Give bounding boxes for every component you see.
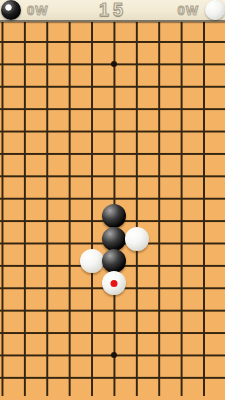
board-cell[interactable] bbox=[58, 344, 80, 366]
board-cell[interactable] bbox=[126, 344, 148, 366]
board-cell[interactable] bbox=[148, 299, 170, 321]
board-cell[interactable] bbox=[193, 322, 215, 344]
board-cell[interactable] bbox=[36, 277, 58, 299]
board-cell[interactable] bbox=[36, 53, 58, 75]
board-cell[interactable] bbox=[126, 31, 148, 53]
board-cell[interactable] bbox=[170, 31, 192, 53]
board-cell[interactable] bbox=[126, 120, 148, 142]
board-cell[interactable] bbox=[0, 188, 14, 210]
board-cell[interactable] bbox=[58, 232, 80, 254]
star-point bbox=[111, 352, 117, 358]
board-cell[interactable] bbox=[103, 76, 125, 98]
board-cell[interactable] bbox=[58, 188, 80, 210]
board-cell[interactable] bbox=[148, 31, 170, 53]
board-cell[interactable] bbox=[148, 120, 170, 142]
white-stone bbox=[80, 249, 104, 273]
board-cell[interactable] bbox=[14, 143, 36, 165]
black-player-stone-icon bbox=[1, 0, 21, 20]
board-cell[interactable] bbox=[103, 98, 125, 120]
score-bar: 0W 15 0W bbox=[0, 0, 225, 22]
black-stone bbox=[102, 249, 126, 273]
board-cell[interactable] bbox=[193, 344, 215, 366]
last-move-marker bbox=[111, 280, 118, 287]
board-cell[interactable] bbox=[148, 210, 170, 232]
board-cell[interactable] bbox=[193, 210, 215, 232]
board-cell[interactable] bbox=[193, 277, 215, 299]
board-cell[interactable] bbox=[14, 120, 36, 142]
board-cell[interactable] bbox=[0, 143, 14, 165]
board-cell[interactable] bbox=[14, 188, 36, 210]
board-cell[interactable] bbox=[193, 53, 215, 75]
board-cell[interactable] bbox=[36, 322, 58, 344]
black-wins-label: 0W bbox=[21, 3, 55, 18]
white-player-stone-icon bbox=[205, 0, 225, 20]
board-cell[interactable] bbox=[126, 367, 148, 389]
board-cell[interactable] bbox=[58, 299, 80, 321]
board-cell[interactable] bbox=[81, 299, 103, 321]
board-cell[interactable] bbox=[58, 255, 80, 277]
board-cell[interactable] bbox=[0, 255, 14, 277]
board-cell[interactable] bbox=[36, 255, 58, 277]
board-cell[interactable] bbox=[148, 188, 170, 210]
board-cell[interactable] bbox=[58, 277, 80, 299]
board-grid bbox=[0, 31, 215, 389]
white-wins-label: 0W bbox=[172, 3, 206, 18]
board-cell[interactable] bbox=[81, 255, 103, 277]
board-cell[interactable] bbox=[126, 53, 148, 75]
board-cell[interactable] bbox=[126, 277, 148, 299]
board-cell[interactable] bbox=[193, 367, 215, 389]
board-cell[interactable] bbox=[148, 76, 170, 98]
board-cell[interactable] bbox=[0, 53, 14, 75]
board-cell[interactable] bbox=[36, 344, 58, 366]
board-cell[interactable] bbox=[0, 31, 14, 53]
board-cell[interactable] bbox=[14, 165, 36, 187]
board-cell[interactable] bbox=[126, 188, 148, 210]
board-cell[interactable] bbox=[170, 53, 192, 75]
app-screen: 0W 15 0W bbox=[0, 0, 225, 400]
board-cell[interactable] bbox=[58, 31, 80, 53]
board-cell[interactable] bbox=[170, 188, 192, 210]
board-cell[interactable] bbox=[148, 344, 170, 366]
board-cell[interactable] bbox=[58, 98, 80, 120]
board-cell[interactable] bbox=[0, 165, 14, 187]
board-cell[interactable] bbox=[58, 53, 80, 75]
board-cell[interactable] bbox=[0, 98, 14, 120]
board-cell[interactable] bbox=[81, 76, 103, 98]
board-cell[interactable] bbox=[81, 277, 103, 299]
board-cell[interactable] bbox=[170, 76, 192, 98]
board-cell[interactable] bbox=[0, 322, 14, 344]
board-cell[interactable] bbox=[36, 188, 58, 210]
board-cell[interactable] bbox=[14, 255, 36, 277]
star-point bbox=[111, 61, 117, 67]
board-cell[interactable] bbox=[81, 188, 103, 210]
board-cell[interactable] bbox=[193, 31, 215, 53]
board-cell[interactable] bbox=[36, 210, 58, 232]
board-cell[interactable] bbox=[103, 31, 125, 53]
board-cell[interactable] bbox=[126, 232, 148, 254]
board-cell[interactable] bbox=[36, 98, 58, 120]
board-cell[interactable] bbox=[36, 143, 58, 165]
board-cell[interactable] bbox=[81, 367, 103, 389]
board-cell[interactable] bbox=[126, 299, 148, 321]
board-cell[interactable] bbox=[170, 120, 192, 142]
board-cell[interactable] bbox=[81, 31, 103, 53]
board-cell[interactable] bbox=[58, 120, 80, 142]
board-cell[interactable] bbox=[0, 344, 14, 366]
board-cell[interactable] bbox=[148, 255, 170, 277]
board-cell[interactable] bbox=[36, 165, 58, 187]
board-cell[interactable] bbox=[0, 277, 14, 299]
board-cell[interactable] bbox=[148, 322, 170, 344]
board-cell[interactable] bbox=[126, 143, 148, 165]
board-cell[interactable] bbox=[170, 210, 192, 232]
board-cell[interactable] bbox=[170, 165, 192, 187]
board-cell[interactable] bbox=[0, 76, 14, 98]
board-cell[interactable] bbox=[14, 344, 36, 366]
board-cell[interactable] bbox=[58, 322, 80, 344]
board-cell[interactable] bbox=[193, 165, 215, 187]
white-stone bbox=[125, 227, 149, 251]
board-cell[interactable] bbox=[36, 31, 58, 53]
board-cell[interactable] bbox=[81, 120, 103, 142]
board-cell[interactable] bbox=[58, 367, 80, 389]
board-cell[interactable] bbox=[14, 232, 36, 254]
center-counter-label: 15 bbox=[55, 0, 172, 21]
board-cell[interactable] bbox=[14, 76, 36, 98]
board-cell[interactable] bbox=[193, 120, 215, 142]
board-cell[interactable] bbox=[103, 165, 125, 187]
board-cell[interactable] bbox=[36, 367, 58, 389]
board-cell[interactable] bbox=[148, 143, 170, 165]
board-cell[interactable] bbox=[148, 53, 170, 75]
board-cell[interactable] bbox=[103, 53, 125, 75]
white-stone bbox=[102, 271, 126, 295]
board-cell[interactable] bbox=[193, 98, 215, 120]
board-cell[interactable] bbox=[170, 232, 192, 254]
board-cell[interactable] bbox=[170, 322, 192, 344]
board-cell[interactable] bbox=[81, 53, 103, 75]
board-cell[interactable] bbox=[36, 232, 58, 254]
board-cell[interactable] bbox=[193, 76, 215, 98]
board-cell[interactable] bbox=[36, 76, 58, 98]
board-cell[interactable] bbox=[36, 120, 58, 142]
board-cell[interactable] bbox=[0, 367, 14, 389]
board-cell[interactable] bbox=[148, 277, 170, 299]
board-cell[interactable] bbox=[170, 299, 192, 321]
board-cell[interactable] bbox=[81, 98, 103, 120]
board-cell[interactable] bbox=[81, 322, 103, 344]
board-cell[interactable] bbox=[170, 143, 192, 165]
board-cell[interactable] bbox=[14, 277, 36, 299]
board-cell[interactable] bbox=[126, 322, 148, 344]
board-cell[interactable] bbox=[193, 143, 215, 165]
game-board bbox=[0, 22, 225, 400]
board-cell[interactable] bbox=[58, 210, 80, 232]
board-cell[interactable] bbox=[170, 98, 192, 120]
board-cell[interactable] bbox=[58, 76, 80, 98]
board-cell[interactable] bbox=[103, 322, 125, 344]
board-cell[interactable] bbox=[193, 299, 215, 321]
board-cell[interactable] bbox=[103, 277, 125, 299]
board-cell[interactable] bbox=[14, 31, 36, 53]
board-cell[interactable] bbox=[126, 255, 148, 277]
board-cell[interactable] bbox=[148, 98, 170, 120]
board-cell[interactable] bbox=[14, 367, 36, 389]
board-cell[interactable] bbox=[148, 232, 170, 254]
board-cell[interactable] bbox=[81, 210, 103, 232]
board-cell[interactable] bbox=[81, 344, 103, 366]
board-cell[interactable] bbox=[103, 143, 125, 165]
board-cell[interactable] bbox=[193, 255, 215, 277]
board-cell[interactable] bbox=[0, 120, 14, 142]
board-cell[interactable] bbox=[170, 367, 192, 389]
black-stone bbox=[102, 204, 126, 228]
board-cell[interactable] bbox=[193, 232, 215, 254]
board-cell[interactable] bbox=[170, 344, 192, 366]
board-cell[interactable] bbox=[81, 165, 103, 187]
board-cell[interactable] bbox=[14, 299, 36, 321]
board-cell[interactable] bbox=[148, 165, 170, 187]
board-cell[interactable] bbox=[0, 210, 14, 232]
board-cell[interactable] bbox=[0, 299, 14, 321]
board-cell[interactable] bbox=[126, 165, 148, 187]
board-cell[interactable] bbox=[148, 367, 170, 389]
board-cell[interactable] bbox=[103, 299, 125, 321]
board-cell[interactable] bbox=[14, 210, 36, 232]
board-cell[interactable] bbox=[126, 98, 148, 120]
board-cell[interactable] bbox=[36, 299, 58, 321]
board-cell[interactable] bbox=[14, 98, 36, 120]
board-cell[interactable] bbox=[58, 143, 80, 165]
board-cell[interactable] bbox=[193, 188, 215, 210]
board-cell[interactable] bbox=[0, 232, 14, 254]
board-cell[interactable] bbox=[103, 344, 125, 366]
board-cell[interactable] bbox=[170, 255, 192, 277]
board-cell[interactable] bbox=[103, 120, 125, 142]
board-cell[interactable] bbox=[103, 367, 125, 389]
board-cell[interactable] bbox=[14, 322, 36, 344]
black-stone bbox=[102, 227, 126, 251]
board-cell[interactable] bbox=[81, 143, 103, 165]
board-cell[interactable] bbox=[14, 53, 36, 75]
board-cell[interactable] bbox=[126, 76, 148, 98]
board-cell[interactable] bbox=[58, 165, 80, 187]
board-cell[interactable] bbox=[170, 277, 192, 299]
